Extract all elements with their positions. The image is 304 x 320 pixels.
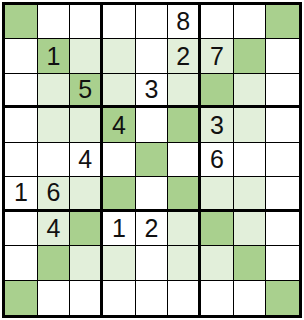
- cell-r9c9[interactable]: [266, 281, 299, 315]
- cell-r5c2[interactable]: [38, 143, 71, 177]
- cell-r3c7[interactable]: [201, 74, 234, 108]
- cell-r4c2[interactable]: [38, 108, 71, 142]
- cell-r3c6[interactable]: [168, 74, 201, 108]
- cell-r2c6[interactable]: 2: [168, 39, 201, 73]
- cell-r1c1[interactable]: [5, 5, 38, 39]
- cell-r2c9[interactable]: [266, 39, 299, 73]
- cell-r6c2[interactable]: 6: [38, 177, 71, 211]
- cell-r8c7[interactable]: [201, 246, 234, 280]
- cell-r1c2[interactable]: [38, 5, 71, 39]
- cell-r7c9[interactable]: [266, 212, 299, 246]
- cell-r3c9[interactable]: [266, 74, 299, 108]
- cell-r3c5[interactable]: 3: [136, 74, 169, 108]
- cell-r9c7[interactable]: [201, 281, 234, 315]
- cell-r6c9[interactable]: [266, 177, 299, 211]
- cell-r3c3[interactable]: 5: [70, 74, 103, 108]
- cell-r5c7[interactable]: 6: [201, 143, 234, 177]
- cell-r4c7[interactable]: 3: [201, 108, 234, 142]
- cell-r5c9[interactable]: [266, 143, 299, 177]
- cell-r6c4[interactable]: [103, 177, 136, 211]
- cell-r7c2[interactable]: 4: [38, 212, 71, 246]
- cell-r1c5[interactable]: [136, 5, 169, 39]
- cell-r9c6[interactable]: [168, 281, 201, 315]
- cell-r7c1[interactable]: [5, 212, 38, 246]
- cell-r2c5[interactable]: [136, 39, 169, 73]
- cell-r7c5[interactable]: 2: [136, 212, 169, 246]
- cell-r2c1[interactable]: [5, 39, 38, 73]
- cell-r9c8[interactable]: [234, 281, 267, 315]
- cell-r8c1[interactable]: [5, 246, 38, 280]
- cell-r8c5[interactable]: [136, 246, 169, 280]
- cell-r2c8[interactable]: [234, 39, 267, 73]
- cell-r9c4[interactable]: [103, 281, 136, 315]
- cell-r7c6[interactable]: [168, 212, 201, 246]
- cell-r3c1[interactable]: [5, 74, 38, 108]
- cell-r2c2[interactable]: 1: [38, 39, 71, 73]
- cell-r9c5[interactable]: [136, 281, 169, 315]
- cell-r9c2[interactable]: [38, 281, 71, 315]
- cell-r4c5[interactable]: [136, 108, 169, 142]
- cell-r8c3[interactable]: [70, 246, 103, 280]
- cell-r7c7[interactable]: [201, 212, 234, 246]
- cell-r6c6[interactable]: [168, 177, 201, 211]
- cell-r6c8[interactable]: [234, 177, 267, 211]
- cell-r3c8[interactable]: [234, 74, 267, 108]
- cell-r5c8[interactable]: [234, 143, 267, 177]
- cell-r9c3[interactable]: [70, 281, 103, 315]
- cell-r6c3[interactable]: [70, 177, 103, 211]
- cell-r1c3[interactable]: [70, 5, 103, 39]
- cell-r1c9[interactable]: [266, 5, 299, 39]
- cell-r4c8[interactable]: [234, 108, 267, 142]
- cell-r5c1[interactable]: [5, 143, 38, 177]
- cell-r7c3[interactable]: [70, 212, 103, 246]
- cell-r5c6[interactable]: [168, 143, 201, 177]
- cell-r1c4[interactable]: [103, 5, 136, 39]
- cell-r1c8[interactable]: [234, 5, 267, 39]
- cell-r4c9[interactable]: [266, 108, 299, 142]
- cell-r2c7[interactable]: 7: [201, 39, 234, 73]
- cell-r4c4[interactable]: 4: [103, 108, 136, 142]
- cell-r7c4[interactable]: 1: [103, 212, 136, 246]
- cell-r6c7[interactable]: [201, 177, 234, 211]
- cell-r8c8[interactable]: [234, 246, 267, 280]
- cell-r4c1[interactable]: [5, 108, 38, 142]
- cell-r1c7[interactable]: [201, 5, 234, 39]
- cell-r6c5[interactable]: [136, 177, 169, 211]
- cell-r8c9[interactable]: [266, 246, 299, 280]
- sudoku-board: 812753434616412: [2, 2, 302, 318]
- cell-r8c2[interactable]: [38, 246, 71, 280]
- cell-r5c5[interactable]: [136, 143, 169, 177]
- cell-r2c3[interactable]: [70, 39, 103, 73]
- cell-r4c6[interactable]: [168, 108, 201, 142]
- cell-r2c4[interactable]: [103, 39, 136, 73]
- cell-r3c4[interactable]: [103, 74, 136, 108]
- cell-r5c4[interactable]: [103, 143, 136, 177]
- cell-r6c1[interactable]: 1: [5, 177, 38, 211]
- cell-r8c6[interactable]: [168, 246, 201, 280]
- cell-r7c8[interactable]: [234, 212, 267, 246]
- cell-r8c4[interactable]: [103, 246, 136, 280]
- cell-r4c3[interactable]: [70, 108, 103, 142]
- cell-r3c2[interactable]: [38, 74, 71, 108]
- cell-r1c6[interactable]: 8: [168, 5, 201, 39]
- cell-r9c1[interactable]: [5, 281, 38, 315]
- cell-r5c3[interactable]: 4: [70, 143, 103, 177]
